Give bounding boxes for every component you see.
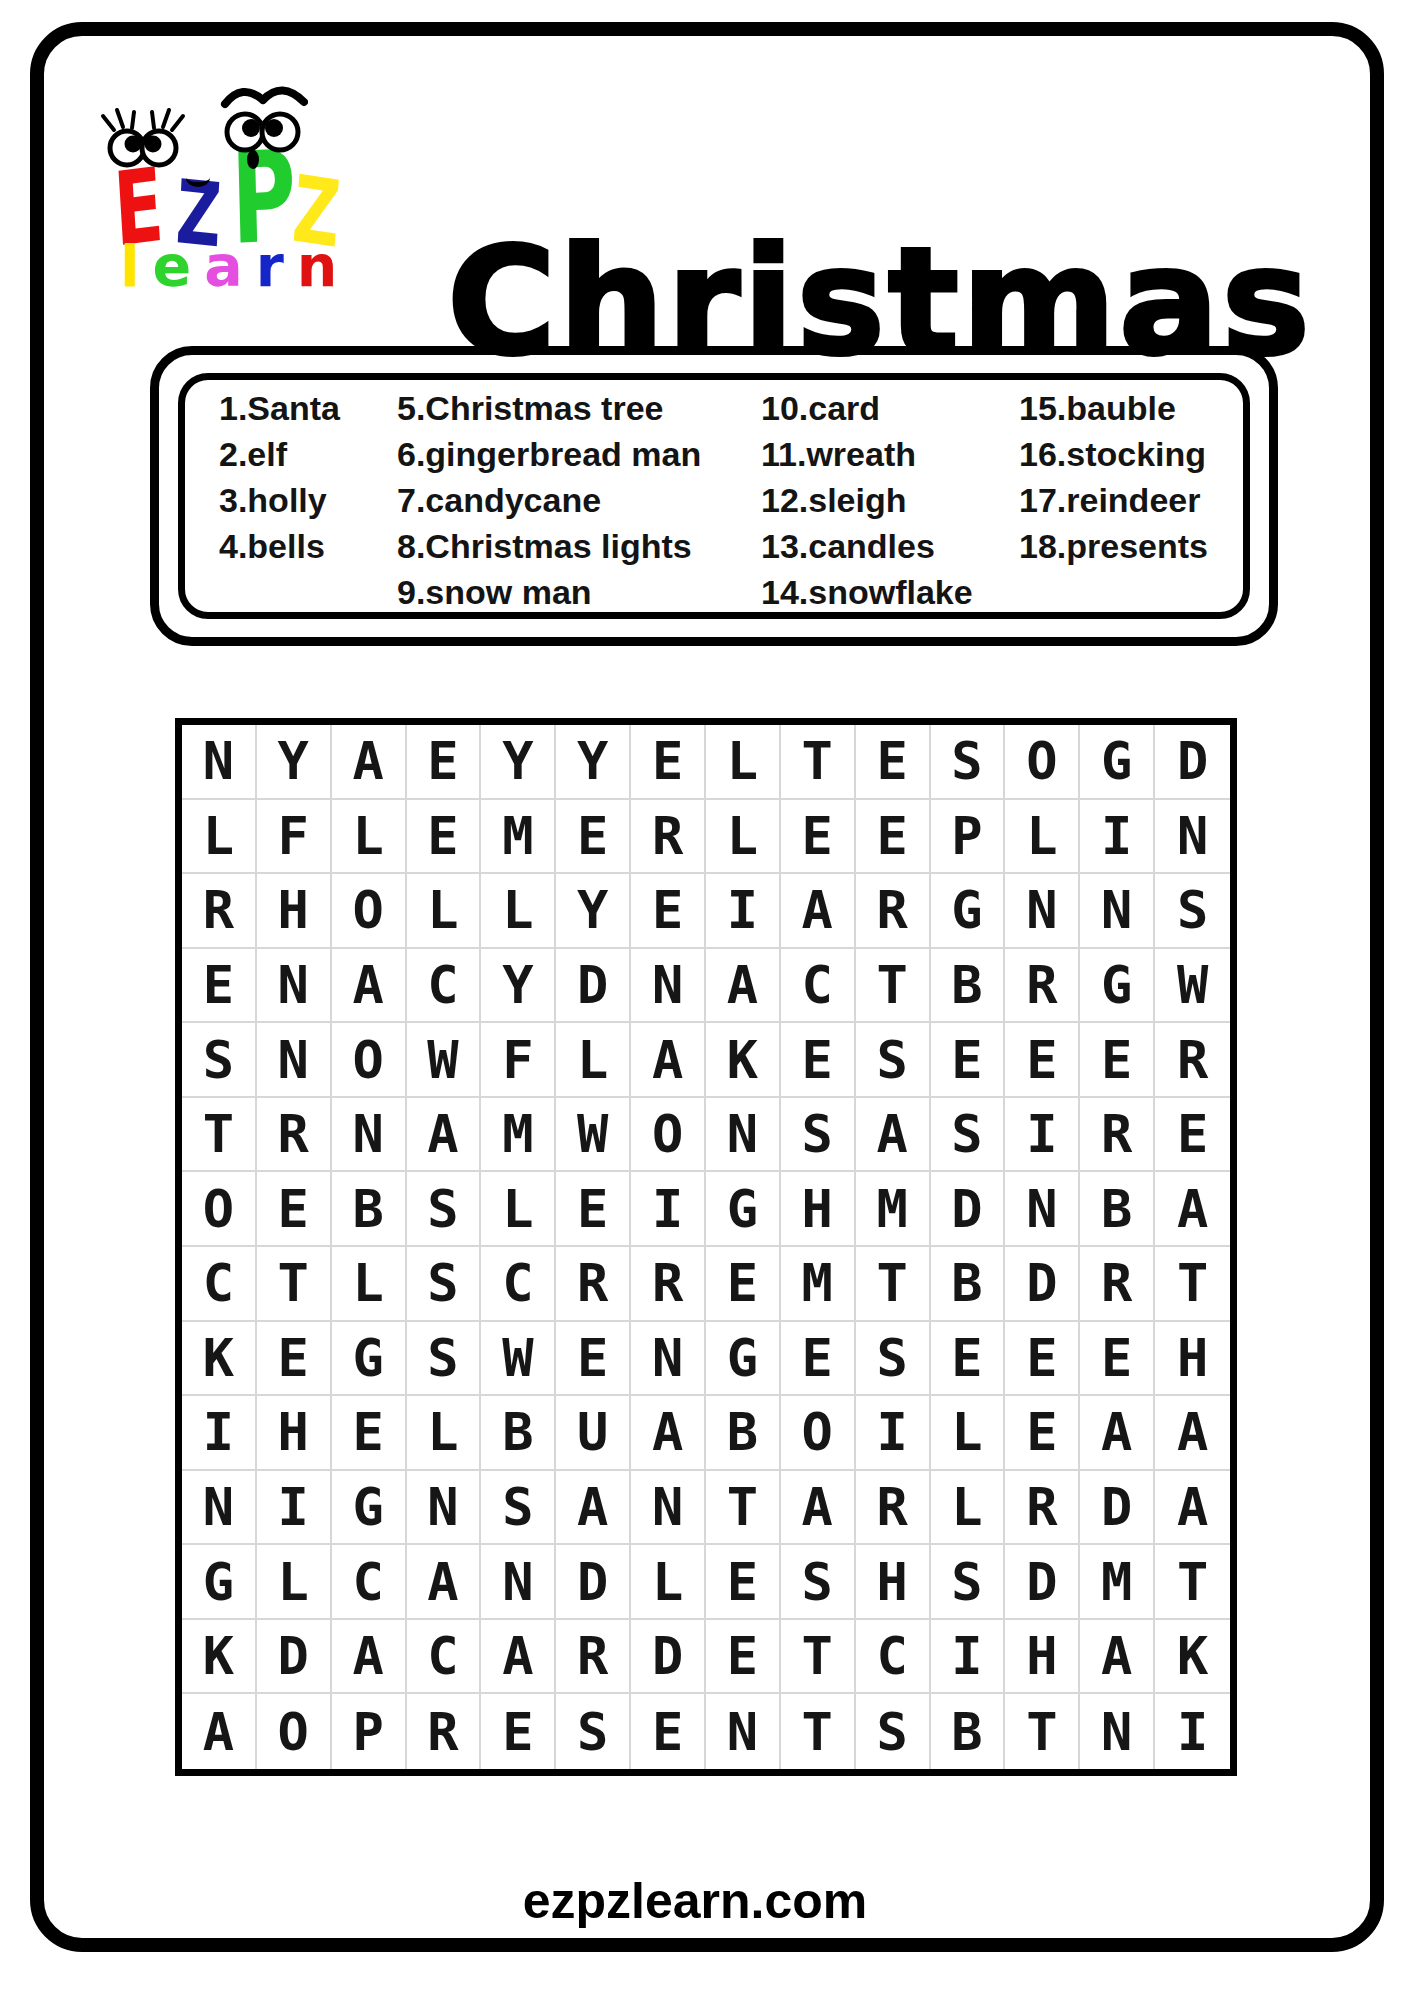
grid-cell[interactable]: R	[1005, 1471, 1080, 1546]
worksheet-page: EZPZ learn Chris	[0, 0, 1414, 2000]
logo-learn-letter: l	[120, 242, 140, 290]
grid-cell[interactable]: M	[1080, 1545, 1155, 1620]
grid-cell[interactable]: E	[706, 1247, 781, 1322]
grid-cell[interactable]: A	[407, 1545, 482, 1620]
grid-cell[interactable]: T	[1005, 1694, 1080, 1769]
word-item: 1.Santa	[219, 385, 340, 431]
grid-cell[interactable]: M	[856, 1172, 931, 1247]
grid-cell[interactable]: E	[931, 1023, 1006, 1098]
grid-cell[interactable]: E	[1005, 1023, 1080, 1098]
grid-cell[interactable]: K	[706, 1023, 781, 1098]
grid-cell[interactable]: O	[1005, 725, 1080, 800]
grid-cell[interactable]: N	[182, 1471, 257, 1546]
grid-cell[interactable]: E	[781, 800, 856, 875]
word-item: 15.bauble	[1019, 385, 1208, 431]
word-item: 8.Christmas lights	[397, 523, 701, 569]
grid-cell[interactable]: E	[631, 874, 706, 949]
grid-cell[interactable]: T	[257, 1247, 332, 1322]
grid-cell[interactable]: W	[407, 1023, 482, 1098]
grid-cell[interactable]: Y	[556, 725, 631, 800]
grid-cell[interactable]: G	[931, 874, 1006, 949]
grid-cell[interactable]: Y	[481, 725, 556, 800]
grid-cell[interactable]: H	[257, 874, 332, 949]
grid-cell[interactable]: A	[481, 1620, 556, 1695]
word-item: 12.sleigh	[761, 477, 973, 523]
grid-cell[interactable]: T	[781, 1694, 856, 1769]
grid-cell[interactable]: R	[631, 1247, 706, 1322]
grid-cell[interactable]: N	[182, 725, 257, 800]
grid-cell[interactable]: T	[781, 1620, 856, 1695]
grid-cell[interactable]: G	[182, 1545, 257, 1620]
grid-cell[interactable]: S	[407, 1172, 482, 1247]
grid-cell[interactable]: H	[781, 1172, 856, 1247]
grid-cell[interactable]: B	[931, 1694, 1006, 1769]
grid-cell[interactable]: B	[706, 1396, 781, 1471]
grid-cell[interactable]: L	[332, 800, 407, 875]
grid-cell[interactable]: L	[631, 1545, 706, 1620]
grid-cell[interactable]: E	[257, 1172, 332, 1247]
grid-cell[interactable]: E	[1080, 1023, 1155, 1098]
grid-cell[interactable]: L	[556, 1023, 631, 1098]
grid-cell[interactable]: I	[631, 1172, 706, 1247]
grid-cell[interactable]: R	[1005, 949, 1080, 1024]
googly-eyes-brows-icon	[220, 76, 308, 160]
grid-cell[interactable]: W	[481, 1322, 556, 1397]
word-item: 2.elf	[219, 431, 340, 477]
grid-cell[interactable]: B	[1080, 1172, 1155, 1247]
grid-cell[interactable]: R	[556, 1247, 631, 1322]
grid-cell[interactable]: Y	[481, 949, 556, 1024]
grid-cell[interactable]: L	[481, 1172, 556, 1247]
grid-cell[interactable]: E	[706, 1545, 781, 1620]
grid-cell[interactable]: W	[556, 1098, 631, 1173]
grid-cell[interactable]: A	[1155, 1172, 1230, 1247]
grid-cell[interactable]: E	[631, 1694, 706, 1769]
grid-cell[interactable]: S	[481, 1471, 556, 1546]
grid-cell[interactable]: S	[931, 1545, 1006, 1620]
grid-cell[interactable]: S	[931, 1098, 1006, 1173]
grid-cell[interactable]: G	[332, 1322, 407, 1397]
grid-cell[interactable]: N	[631, 1322, 706, 1397]
grid-cell[interactable]: T	[856, 1247, 931, 1322]
grid-cell[interactable]: L	[931, 1396, 1006, 1471]
grid-cell[interactable]: G	[706, 1172, 781, 1247]
grid-cell[interactable]: D	[931, 1172, 1006, 1247]
grid-cell[interactable]: L	[182, 800, 257, 875]
word-item: 3.holly	[219, 477, 340, 523]
grid-cell[interactable]: E	[182, 949, 257, 1024]
grid-cell[interactable]: I	[1005, 1098, 1080, 1173]
grid-cell[interactable]: A	[781, 874, 856, 949]
grid-cell[interactable]: I	[1080, 800, 1155, 875]
word-item: 16.stocking	[1019, 431, 1208, 477]
logo-learn-letter: e	[153, 242, 192, 290]
grid-cell[interactable]: S	[556, 1694, 631, 1769]
grid-cell[interactable]: A	[556, 1471, 631, 1546]
grid-cell[interactable]: L	[706, 725, 781, 800]
grid-cell[interactable]: R	[407, 1694, 482, 1769]
grid-cell[interactable]: S	[781, 1545, 856, 1620]
word-item: 14.snowflake	[761, 569, 973, 615]
grid-cell[interactable]: N	[1005, 874, 1080, 949]
grid-cell[interactable]: G	[332, 1471, 407, 1546]
grid-cell[interactable]: I	[182, 1396, 257, 1471]
grid-cell[interactable]: A	[1155, 1396, 1230, 1471]
grid-cell[interactable]: E	[257, 1322, 332, 1397]
grid-cell[interactable]: N	[631, 949, 706, 1024]
grid-cell[interactable]: D	[257, 1620, 332, 1695]
grid-cell[interactable]: E	[706, 1620, 781, 1695]
grid-cell[interactable]: E	[931, 1322, 1006, 1397]
word-search-grid: NYAEYYELTESOGDLFLEMERLEEPLINRHOLLYEIARGN…	[175, 718, 1237, 1776]
grid-cell[interactable]: N	[257, 949, 332, 1024]
grid-cell[interactable]: E	[556, 1322, 631, 1397]
grid-cell[interactable]: N	[706, 1098, 781, 1173]
googly-eyes-lashes-icon	[100, 102, 186, 172]
grid-cell[interactable]: A	[631, 1396, 706, 1471]
word-item: 9.snow man	[397, 569, 701, 615]
grid-cell[interactable]: R	[631, 800, 706, 875]
grid-cell[interactable]: T	[1155, 1545, 1230, 1620]
grid-cell[interactable]: N	[332, 1098, 407, 1173]
grid-cell[interactable]: L	[332, 1247, 407, 1322]
grid-cell[interactable]: S	[856, 1694, 931, 1769]
grid-cell[interactable]: B	[332, 1172, 407, 1247]
grid-cell[interactable]: R	[182, 874, 257, 949]
grid-cell[interactable]: S	[407, 1247, 482, 1322]
grid-cell[interactable]: G	[1080, 949, 1155, 1024]
logo-learn-letters: learn	[120, 242, 337, 290]
grid-cell[interactable]: E	[1005, 1322, 1080, 1397]
grid-cell[interactable]: N	[407, 1471, 482, 1546]
grid-cell[interactable]: I	[1155, 1694, 1230, 1769]
grid-cell[interactable]: H	[1005, 1620, 1080, 1695]
word-item: 18.presents	[1019, 523, 1208, 569]
word-item: 4.bells	[219, 523, 340, 569]
grid-cell[interactable]: A	[332, 725, 407, 800]
grid-cell[interactable]: L	[257, 1545, 332, 1620]
grid-cell[interactable]: O	[332, 1023, 407, 1098]
grid-cell[interactable]: A	[407, 1098, 482, 1173]
grid-cell[interactable]: S	[781, 1098, 856, 1173]
grid-cell[interactable]: D	[1005, 1545, 1080, 1620]
grid-cell[interactable]: O	[182, 1172, 257, 1247]
grid-cell[interactable]: H	[257, 1396, 332, 1471]
word-item: 17.reindeer	[1019, 477, 1208, 523]
grid-cell[interactable]: G	[1080, 725, 1155, 800]
grid-cell[interactable]: C	[481, 1247, 556, 1322]
grid-cell[interactable]: E	[556, 1172, 631, 1247]
grid-cell[interactable]: T	[1155, 1247, 1230, 1322]
grid-cell[interactable]: R	[556, 1620, 631, 1695]
grid-cell[interactable]: B	[931, 1247, 1006, 1322]
word-item: 10.card	[761, 385, 973, 431]
website-url: ezpzlearn.com	[0, 1872, 1390, 1930]
grid-cell[interactable]: W	[1155, 949, 1230, 1024]
grid-cell[interactable]: H	[1155, 1322, 1230, 1397]
grid-cell[interactable]: M	[481, 800, 556, 875]
grid-cell[interactable]: C	[407, 1620, 482, 1695]
grid-cell[interactable]: R	[257, 1098, 332, 1173]
grid-cell[interactable]: O	[332, 874, 407, 949]
grid-cell[interactable]: L	[407, 874, 482, 949]
grid-cell[interactable]: K	[1155, 1620, 1230, 1695]
grid-cell[interactable]: C	[781, 949, 856, 1024]
grid-cell[interactable]: D	[1005, 1247, 1080, 1322]
o-mouth-icon	[247, 150, 259, 169]
word-item: 7.candycane	[397, 477, 701, 523]
grid-cell[interactable]: R	[1080, 1098, 1155, 1173]
grid-cell[interactable]: F	[481, 1023, 556, 1098]
grid-cell[interactable]: H	[856, 1545, 931, 1620]
smile-mouth-icon	[186, 168, 210, 187]
grid-cell[interactable]: C	[856, 1620, 931, 1695]
grid-cell[interactable]: M	[481, 1098, 556, 1173]
grid-cell[interactable]: I	[706, 874, 781, 949]
grid-cell[interactable]: E	[781, 1023, 856, 1098]
grid-cell[interactable]: K	[182, 1322, 257, 1397]
grid-cell[interactable]: E	[631, 725, 706, 800]
grid-cell[interactable]: L	[931, 1471, 1006, 1546]
grid-cell[interactable]: A	[631, 1023, 706, 1098]
grid-cell[interactable]: I	[856, 1396, 931, 1471]
grid-cell[interactable]: P	[931, 800, 1006, 875]
grid-cell[interactable]: R	[856, 874, 931, 949]
word-item: 6.gingerbread man	[397, 431, 701, 477]
grid-cell[interactable]: S	[1155, 874, 1230, 949]
grid-cell[interactable]: C	[407, 949, 482, 1024]
grid-cell[interactable]: B	[931, 949, 1006, 1024]
grid-cell[interactable]: A	[1080, 1620, 1155, 1695]
grid-cell[interactable]: A	[781, 1471, 856, 1546]
grid-cell[interactable]: U	[556, 1396, 631, 1471]
grid-cell[interactable]: T	[706, 1471, 781, 1546]
word-list-column: 15.bauble16.stocking17.reindeer18.presen…	[1019, 385, 1208, 569]
grid-cell[interactable]: N	[706, 1694, 781, 1769]
grid-cell[interactable]: E	[556, 800, 631, 875]
grid-cell[interactable]: D	[1080, 1471, 1155, 1546]
grid-cell[interactable]: G	[706, 1322, 781, 1397]
grid-cell[interactable]: N	[481, 1545, 556, 1620]
grid-cell[interactable]: E	[1080, 1322, 1155, 1397]
grid-cell[interactable]: L	[1005, 800, 1080, 875]
grid-cell[interactable]: T	[781, 725, 856, 800]
grid-cell[interactable]: R	[1080, 1247, 1155, 1322]
grid-cell[interactable]: A	[332, 1620, 407, 1695]
grid-cell[interactable]: C	[182, 1247, 257, 1322]
grid-cell[interactable]: R	[856, 1471, 931, 1546]
grid-cell[interactable]: S	[182, 1023, 257, 1098]
logo-learn-letter: r	[256, 242, 284, 290]
grid-cell[interactable]: C	[332, 1545, 407, 1620]
grid-cell[interactable]: I	[931, 1620, 1006, 1695]
grid-cell[interactable]: N	[257, 1023, 332, 1098]
word-item: 5.Christmas tree	[397, 385, 701, 431]
grid-cell[interactable]: N	[1155, 800, 1230, 875]
word-item: 11.wreath	[761, 431, 973, 477]
grid-cell[interactable]: P	[332, 1694, 407, 1769]
grid-cell[interactable]: D	[556, 949, 631, 1024]
grid-cell[interactable]: E	[407, 725, 482, 800]
grid-cell[interactable]: N	[1005, 1172, 1080, 1247]
grid-cell[interactable]: I	[257, 1471, 332, 1546]
grid-cell[interactable]: L	[481, 874, 556, 949]
grid-cell[interactable]: N	[1080, 1694, 1155, 1769]
grid-cell[interactable]: A	[1155, 1471, 1230, 1546]
grid-cell[interactable]: E	[481, 1694, 556, 1769]
word-item: 13.candles	[761, 523, 973, 569]
grid-cell[interactable]: Y	[556, 874, 631, 949]
grid-cell[interactable]: A	[182, 1694, 257, 1769]
grid-cell[interactable]: A	[332, 949, 407, 1024]
logo-learn-letter: a	[204, 242, 242, 290]
grid-cell[interactable]: F	[257, 800, 332, 875]
grid-cell[interactable]: Y	[257, 725, 332, 800]
grid-cell[interactable]: E	[781, 1322, 856, 1397]
grid-cell[interactable]: E	[1005, 1396, 1080, 1471]
grid-cell[interactable]: N	[631, 1471, 706, 1546]
grid-cell[interactable]: A	[706, 949, 781, 1024]
grid-cell[interactable]: D	[556, 1545, 631, 1620]
grid-cell[interactable]: T	[182, 1098, 257, 1173]
grid-cell[interactable]: A	[1080, 1396, 1155, 1471]
grid-cell[interactable]: K	[182, 1620, 257, 1695]
grid-cell[interactable]: E	[1155, 1098, 1230, 1173]
grid-cell[interactable]: L	[706, 800, 781, 875]
grid-cell[interactable]: A	[856, 1098, 931, 1173]
grid-cell[interactable]: E	[856, 800, 931, 875]
grid-cell[interactable]: E	[407, 800, 482, 875]
grid-cell[interactable]: N	[1080, 874, 1155, 949]
grid-cell[interactable]: L	[407, 1396, 482, 1471]
grid-cell[interactable]: S	[407, 1322, 482, 1397]
grid-cell[interactable]: S	[931, 725, 1006, 800]
word-list-column: 5.Christmas tree6.gingerbread man7.candy…	[397, 385, 701, 615]
word-list-column: 10.card11.wreath12.sleigh13.candles14.sn…	[761, 385, 973, 615]
grid-cell[interactable]: O	[257, 1694, 332, 1769]
grid-cell[interactable]: B	[481, 1396, 556, 1471]
grid-cell[interactable]: S	[856, 1023, 931, 1098]
grid-cell[interactable]: R	[1155, 1023, 1230, 1098]
grid-cell[interactable]: D	[631, 1620, 706, 1695]
grid-cell[interactable]: O	[631, 1098, 706, 1173]
grid-cell[interactable]: D	[1155, 725, 1230, 800]
grid-cell[interactable]: M	[781, 1247, 856, 1322]
grid-cell[interactable]: T	[856, 949, 931, 1024]
grid-cell[interactable]: O	[781, 1396, 856, 1471]
grid-cell[interactable]: E	[856, 725, 931, 800]
logo-learn-letter: n	[297, 242, 338, 290]
word-list-column: 1.Santa2.elf3.holly4.bells	[219, 385, 340, 569]
grid-cell[interactable]: S	[856, 1322, 931, 1397]
grid-cell[interactable]: E	[332, 1396, 407, 1471]
